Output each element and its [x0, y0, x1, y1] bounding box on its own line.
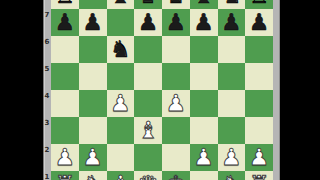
board-frame: ♜♝♛♚♝♞♜♟♟♟♟♟♟♟♞♟♟♝♟♟♟♟♟♜♞♝♛♚♞♜ 87654321	[43, 0, 280, 180]
square-b7[interactable]: ♟	[79, 9, 107, 36]
square-d1[interactable]: ♛	[134, 171, 162, 180]
piece-white-bishop-d3[interactable]: ♝	[138, 119, 159, 142]
square-b5[interactable]	[79, 63, 107, 90]
piece-white-knight-b1[interactable]: ♞	[82, 173, 103, 180]
square-h7[interactable]: ♟	[245, 9, 273, 36]
square-a2[interactable]: ♟	[51, 144, 79, 171]
square-e8[interactable]: ♚	[162, 0, 190, 9]
square-f6[interactable]	[190, 36, 218, 63]
square-h1[interactable]: ♜	[245, 171, 273, 180]
square-c8[interactable]: ♝	[107, 0, 135, 9]
square-g4[interactable]	[218, 90, 246, 117]
piece-black-knight-c6[interactable]: ♞	[110, 38, 131, 61]
square-d2[interactable]	[134, 144, 162, 171]
piece-black-rook-h8[interactable]: ♜	[249, 0, 270, 7]
rank-label-7: 7	[43, 12, 51, 19]
square-e7[interactable]: ♟	[162, 9, 190, 36]
piece-black-pawn-b7[interactable]: ♟	[82, 11, 103, 34]
square-h8[interactable]: ♜	[245, 0, 273, 9]
piece-black-knight-g8[interactable]: ♞	[221, 0, 242, 7]
square-a7[interactable]: ♟	[51, 9, 79, 36]
square-d7[interactable]: ♟	[134, 9, 162, 36]
rank-label-2: 2	[43, 147, 51, 154]
piece-black-pawn-h7[interactable]: ♟	[249, 11, 270, 34]
square-a1[interactable]: ♜	[51, 171, 79, 180]
square-e6[interactable]	[162, 36, 190, 63]
piece-black-pawn-e7[interactable]: ♟	[166, 11, 187, 34]
square-e5[interactable]	[162, 63, 190, 90]
square-b6[interactable]	[79, 36, 107, 63]
square-c7[interactable]	[107, 9, 135, 36]
square-f3[interactable]	[190, 117, 218, 144]
rank-label-6: 6	[43, 39, 51, 46]
piece-white-pawn-a2[interactable]: ♟	[55, 146, 76, 169]
square-c1[interactable]: ♝	[107, 171, 135, 180]
rank-label-3: 3	[43, 120, 51, 127]
square-c5[interactable]	[107, 63, 135, 90]
piece-black-bishop-f8[interactable]: ♝	[193, 0, 214, 7]
square-b3[interactable]	[79, 117, 107, 144]
piece-black-rook-a8[interactable]: ♜	[55, 0, 76, 7]
square-g2[interactable]: ♟	[218, 144, 246, 171]
square-d5[interactable]	[134, 63, 162, 90]
piece-white-knight-g1[interactable]: ♞	[221, 173, 242, 180]
square-h5[interactable]	[245, 63, 273, 90]
square-c4[interactable]: ♟	[107, 90, 135, 117]
square-a3[interactable]	[51, 117, 79, 144]
square-h6[interactable]	[245, 36, 273, 63]
app-background: ♜♝♛♚♝♞♜♟♟♟♟♟♟♟♞♟♟♝♟♟♟♟♟♜♞♝♛♚♞♜ 87654321	[0, 0, 320, 180]
square-c3[interactable]	[107, 117, 135, 144]
square-f4[interactable]	[190, 90, 218, 117]
square-g7[interactable]: ♟	[218, 9, 246, 36]
square-f2[interactable]: ♟	[190, 144, 218, 171]
piece-white-pawn-h2[interactable]: ♟	[249, 146, 270, 169]
piece-black-pawn-f7[interactable]: ♟	[193, 11, 214, 34]
piece-white-pawn-f2[interactable]: ♟	[193, 146, 214, 169]
square-a6[interactable]	[51, 36, 79, 63]
square-h4[interactable]	[245, 90, 273, 117]
rank-label-1: 1	[43, 174, 51, 180]
piece-black-pawn-d7[interactable]: ♟	[138, 11, 159, 34]
square-h3[interactable]	[245, 117, 273, 144]
square-e1[interactable]: ♚	[162, 171, 190, 180]
square-e3[interactable]	[162, 117, 190, 144]
piece-black-pawn-a7[interactable]: ♟	[55, 11, 76, 34]
piece-black-pawn-g7[interactable]: ♟	[221, 11, 242, 34]
square-c2[interactable]	[107, 144, 135, 171]
square-h2[interactable]: ♟	[245, 144, 273, 171]
piece-black-bishop-c8[interactable]: ♝	[110, 0, 131, 7]
rank-label-4: 4	[43, 93, 51, 100]
square-g1[interactable]: ♞	[218, 171, 246, 180]
square-g6[interactable]	[218, 36, 246, 63]
rank-label-5: 5	[43, 66, 51, 73]
square-f8[interactable]: ♝	[190, 0, 218, 9]
square-d6[interactable]	[134, 36, 162, 63]
piece-black-queen-d8[interactable]: ♛	[138, 0, 159, 7]
piece-white-pawn-e4[interactable]: ♟	[166, 92, 187, 115]
square-d3[interactable]: ♝	[134, 117, 162, 144]
square-g3[interactable]	[218, 117, 246, 144]
square-b1[interactable]: ♞	[79, 171, 107, 180]
square-a5[interactable]	[51, 63, 79, 90]
piece-white-queen-d1[interactable]: ♛	[138, 173, 159, 180]
piece-white-rook-h1[interactable]: ♜	[249, 173, 270, 180]
piece-white-king-e1[interactable]: ♚	[166, 173, 187, 180]
piece-white-rook-a1[interactable]: ♜	[55, 173, 76, 180]
square-c6[interactable]: ♞	[107, 36, 135, 63]
square-a4[interactable]	[51, 90, 79, 117]
square-b4[interactable]	[79, 90, 107, 117]
piece-white-pawn-c4[interactable]: ♟	[110, 92, 131, 115]
square-g5[interactable]	[218, 63, 246, 90]
square-b8[interactable]	[79, 0, 107, 9]
piece-white-pawn-b2[interactable]: ♟	[82, 146, 103, 169]
square-f7[interactable]: ♟	[190, 9, 218, 36]
square-e4[interactable]: ♟	[162, 90, 190, 117]
chess-board[interactable]: ♜♝♛♚♝♞♜♟♟♟♟♟♟♟♞♟♟♝♟♟♟♟♟♜♞♝♛♚♞♜	[51, 0, 273, 180]
piece-white-bishop-c1[interactable]: ♝	[110, 173, 131, 180]
square-f5[interactable]	[190, 63, 218, 90]
square-b2[interactable]: ♟	[79, 144, 107, 171]
piece-black-king-e8[interactable]: ♚	[166, 0, 187, 7]
piece-white-pawn-g2[interactable]: ♟	[221, 146, 242, 169]
square-e2[interactable]	[162, 144, 190, 171]
square-g8[interactable]: ♞	[218, 0, 246, 9]
square-d4[interactable]	[134, 90, 162, 117]
square-a8[interactable]: ♜	[51, 0, 79, 9]
square-d8[interactable]: ♛	[134, 0, 162, 9]
square-f1[interactable]	[190, 171, 218, 180]
